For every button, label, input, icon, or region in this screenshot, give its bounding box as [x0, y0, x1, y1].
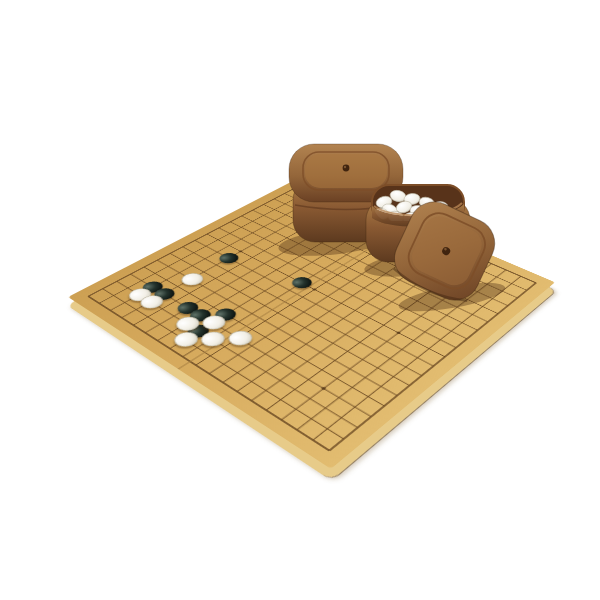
go-stone-black — [215, 251, 242, 266]
star-point — [236, 336, 241, 339]
grid-line — [313, 276, 521, 440]
go-board-surface — [68, 175, 555, 469]
go-stone-black — [173, 300, 202, 317]
perspective-scene — [0, 0, 600, 600]
star-point — [396, 331, 401, 334]
grid-line — [88, 296, 329, 450]
go-stone-white — [223, 328, 257, 349]
go-stone-white — [196, 329, 230, 350]
go-stone-white — [169, 329, 203, 350]
product-photo-scene — [0, 0, 600, 600]
grid-line — [131, 274, 372, 417]
go-stone-black — [288, 275, 316, 291]
go-stone-white — [198, 313, 231, 333]
grid-line — [103, 289, 344, 439]
stones-layer — [68, 175, 555, 469]
go-stone-black — [185, 307, 215, 325]
go-stone-white — [136, 293, 168, 312]
go-stone-black — [184, 322, 214, 340]
star-point — [162, 293, 167, 296]
star-point — [321, 387, 327, 391]
go-stone-white — [171, 314, 204, 334]
go-board-3d — [68, 175, 555, 469]
go-stone-white — [177, 271, 208, 288]
go-stone-black — [211, 306, 240, 323]
grid-line — [329, 283, 536, 451]
